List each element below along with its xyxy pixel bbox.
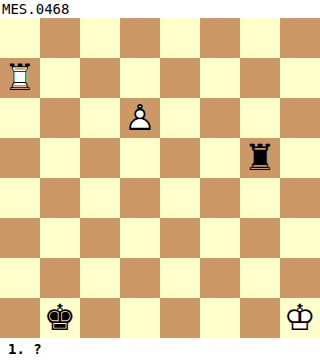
- square-a4[interactable]: [0, 178, 40, 218]
- square-e3[interactable]: [160, 218, 200, 258]
- square-c5[interactable]: [80, 138, 120, 178]
- square-d3[interactable]: [120, 218, 160, 258]
- square-h1[interactable]: ♚♔: [280, 298, 320, 338]
- square-c2[interactable]: [80, 258, 120, 298]
- square-a7[interactable]: ♜♖: [0, 58, 40, 98]
- piece-black-rook[interactable]: ♜: [240, 138, 280, 178]
- square-e8[interactable]: [160, 18, 200, 58]
- square-c8[interactable]: [80, 18, 120, 58]
- piece-white-king[interactable]: ♔: [280, 298, 320, 338]
- square-a8[interactable]: [0, 18, 40, 58]
- square-d5[interactable]: [120, 138, 160, 178]
- square-a5[interactable]: [0, 138, 40, 178]
- square-d2[interactable]: [120, 258, 160, 298]
- square-d6[interactable]: ♟♙: [120, 98, 160, 138]
- square-d1[interactable]: [120, 298, 160, 338]
- square-g6[interactable]: [240, 98, 280, 138]
- square-b2[interactable]: [40, 258, 80, 298]
- square-g4[interactable]: [240, 178, 280, 218]
- page-title: MES.0468: [2, 0, 69, 18]
- square-e2[interactable]: [160, 258, 200, 298]
- square-h2[interactable]: [280, 258, 320, 298]
- square-b6[interactable]: [40, 98, 80, 138]
- square-c7[interactable]: [80, 58, 120, 98]
- square-f5[interactable]: [200, 138, 240, 178]
- square-g7[interactable]: [240, 58, 280, 98]
- square-g5[interactable]: ♜: [240, 138, 280, 178]
- square-c3[interactable]: [80, 218, 120, 258]
- square-b1[interactable]: ♚: [40, 298, 80, 338]
- square-c6[interactable]: [80, 98, 120, 138]
- square-h7[interactable]: [280, 58, 320, 98]
- piece-white-rook[interactable]: ♖: [0, 58, 40, 98]
- square-e4[interactable]: [160, 178, 200, 218]
- square-b8[interactable]: [40, 18, 80, 58]
- square-b4[interactable]: [40, 178, 80, 218]
- square-a6[interactable]: [0, 98, 40, 138]
- square-g1[interactable]: [240, 298, 280, 338]
- piece-white-pawn[interactable]: ♙: [120, 98, 160, 138]
- square-f6[interactable]: [200, 98, 240, 138]
- square-a2[interactable]: [0, 258, 40, 298]
- square-d8[interactable]: [120, 18, 160, 58]
- square-b7[interactable]: [40, 58, 80, 98]
- square-e6[interactable]: [160, 98, 200, 138]
- square-d4[interactable]: [120, 178, 160, 218]
- square-c1[interactable]: [80, 298, 120, 338]
- square-e1[interactable]: [160, 298, 200, 338]
- square-a3[interactable]: [0, 218, 40, 258]
- square-f8[interactable]: [200, 18, 240, 58]
- square-c4[interactable]: [80, 178, 120, 218]
- square-b3[interactable]: [40, 218, 80, 258]
- square-h5[interactable]: [280, 138, 320, 178]
- chess-puzzle-app: MES.0468 ♜♖♟♙♜♚♚♔ 1. ?: [0, 0, 320, 360]
- square-e5[interactable]: [160, 138, 200, 178]
- chess-board: ♜♖♟♙♜♚♚♔: [0, 18, 320, 338]
- square-h8[interactable]: [280, 18, 320, 58]
- square-h3[interactable]: [280, 218, 320, 258]
- square-g2[interactable]: [240, 258, 280, 298]
- square-h6[interactable]: [280, 98, 320, 138]
- square-g8[interactable]: [240, 18, 280, 58]
- square-f4[interactable]: [200, 178, 240, 218]
- square-h4[interactable]: [280, 178, 320, 218]
- square-f7[interactable]: [200, 58, 240, 98]
- square-d7[interactable]: [120, 58, 160, 98]
- square-f2[interactable]: [200, 258, 240, 298]
- square-b5[interactable]: [40, 138, 80, 178]
- square-a1[interactable]: [0, 298, 40, 338]
- piece-black-king[interactable]: ♚: [40, 298, 80, 338]
- move-prompt: 1. ?: [8, 338, 42, 360]
- square-f3[interactable]: [200, 218, 240, 258]
- square-e7[interactable]: [160, 58, 200, 98]
- square-f1[interactable]: [200, 298, 240, 338]
- square-g3[interactable]: [240, 218, 280, 258]
